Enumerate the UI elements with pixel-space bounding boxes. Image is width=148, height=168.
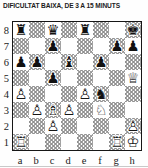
piece-glyph: ♕ [125, 70, 141, 86]
piece-black-pawn-b6: ♟♟ [29, 54, 45, 70]
piece-black-pawn-a6: ♟♟ [13, 54, 29, 70]
piece-white-rook-g1: ♜♖ [109, 134, 125, 150]
piece-glyph: ♙ [61, 102, 77, 118]
rank-label-3: 3 [0, 103, 9, 119]
piece-white-pawn-e4: ♟♙ [77, 86, 93, 102]
rank-label-4: 4 [0, 87, 9, 103]
piece-white-pawn-h2: ♟♙ [125, 118, 141, 134]
square-c1 [45, 134, 61, 150]
square-b6: ♟♟ [29, 54, 45, 70]
piece-glyph: ♘ [93, 102, 109, 118]
piece-black-queen-c8: ♛♛ [45, 22, 61, 38]
square-h6 [125, 54, 141, 70]
piece-glyph: ♙ [13, 86, 29, 102]
rank-label-8: 8 [0, 23, 9, 39]
square-f1 [93, 134, 109, 150]
square-b3: ♟♙ [29, 102, 45, 118]
square-a3 [13, 102, 29, 118]
square-a4: ♟♙ [13, 86, 29, 102]
square-f7 [93, 38, 109, 54]
square-b4 [29, 86, 45, 102]
square-e5 [77, 70, 93, 86]
square-g5 [109, 70, 125, 86]
piece-white-pawn-a4: ♟♙ [13, 86, 29, 102]
square-d2 [61, 118, 77, 134]
rank-label-6: 6 [0, 55, 9, 71]
square-d8 [61, 22, 77, 38]
square-c5: ♟♟ [45, 70, 61, 86]
square-a7 [13, 38, 29, 54]
square-g6 [109, 54, 125, 70]
piece-black-pawn-c5: ♟♟ [45, 70, 61, 86]
piece-white-pawn-d3: ♟♙ [61, 102, 77, 118]
piece-black-king-h8: ♚♚ [125, 22, 141, 38]
piece-white-rook-a1: ♜♖ [13, 134, 29, 150]
square-e6 [77, 54, 93, 70]
piece-glyph: ♞ [93, 86, 109, 102]
square-g4 [109, 86, 125, 102]
square-c6 [45, 54, 61, 70]
piece-white-king-h1: ♚♔ [125, 134, 141, 150]
square-b2 [29, 118, 45, 134]
piece-glyph: ♟ [45, 70, 61, 86]
chessboard: ♜♜♛♛♜♜♚♚♟♟♟♟♟♟♟♟♟♟♝♝♟♟♟♟♛♕♟♙♟♙♞♞♟♙♝♗♟♙♞♘… [12, 21, 142, 151]
piece-glyph: ♟ [45, 38, 61, 54]
piece-glyph: ♙ [45, 118, 61, 134]
piece-glyph: ♛ [45, 22, 61, 38]
square-f3: ♞♘ [93, 102, 109, 118]
piece-glyph: ♙ [29, 102, 45, 118]
square-c8: ♛♛ [45, 22, 61, 38]
rank-labels: 87654321 [0, 21, 10, 152]
square-e4: ♟♙ [77, 86, 93, 102]
piece-black-pawn-g7: ♟♟ [109, 38, 125, 54]
square-h7: ♟♟ [125, 38, 141, 54]
square-c2: ♟♙ [45, 118, 61, 134]
square-h4 [125, 86, 141, 102]
piece-glyph: ♜ [77, 22, 93, 38]
piece-black-rook-e8: ♜♜ [77, 22, 93, 38]
square-d3: ♟♙ [61, 102, 77, 118]
puzzle-title: DIFICULTAT BAIXA, DE 3 A 15 MINUTS [3, 2, 147, 9]
square-a6: ♟♟ [13, 54, 29, 70]
square-e7 [77, 38, 93, 54]
square-f5 [93, 70, 109, 86]
rank-label-7: 7 [0, 39, 9, 55]
square-c4 [45, 86, 61, 102]
piece-glyph: ♟ [29, 54, 45, 70]
piece-glyph: ♖ [109, 134, 125, 150]
square-h3 [125, 102, 141, 118]
piece-glyph: ♟ [109, 38, 125, 54]
piece-glyph: ♖ [13, 134, 29, 150]
square-e1 [77, 134, 93, 150]
rank-label-5: 5 [0, 71, 9, 87]
chessboard-area: 87654321 ♜♜♛♛♜♜♚♚♟♟♟♟♟♟♟♟♟♟♝♝♟♟♟♟♛♕♟♙♟♙♞… [12, 21, 142, 151]
square-g1: ♜♖ [109, 134, 125, 150]
square-a8: ♜♜ [13, 22, 29, 38]
square-g3 [109, 102, 125, 118]
piece-black-pawn-h7: ♟♟ [125, 38, 141, 54]
piece-black-rook-a8: ♜♜ [13, 22, 29, 38]
piece-glyph: ♟ [125, 38, 141, 54]
square-h1: ♚♔ [125, 134, 141, 150]
square-d4 [61, 86, 77, 102]
square-d5 [61, 70, 77, 86]
square-d6: ♝♝ [61, 54, 77, 70]
piece-glyph: ♟ [13, 54, 29, 70]
piece-white-knight-f3: ♞♘ [93, 102, 109, 118]
square-a2 [13, 118, 29, 134]
piece-white-pawn-c2: ♟♙ [45, 118, 61, 134]
square-f4: ♞♞ [93, 86, 109, 102]
piece-white-pawn-b3: ♟♙ [29, 102, 45, 118]
square-b5 [29, 70, 45, 86]
piece-white-bishop-c3: ♝♗ [45, 102, 61, 118]
rank-label-1: 1 [0, 135, 9, 151]
page-rule [0, 166, 148, 167]
square-a5 [13, 70, 29, 86]
piece-white-queen-h5: ♛♕ [125, 70, 141, 86]
square-f8 [93, 22, 109, 38]
piece-glyph: ♗ [45, 102, 61, 118]
square-f6: ♟♟ [93, 54, 109, 70]
square-b1 [29, 134, 45, 150]
square-c3: ♝♗ [45, 102, 61, 118]
square-d1 [61, 134, 77, 150]
square-g2 [109, 118, 125, 134]
square-e3 [77, 102, 93, 118]
square-c7: ♟♟ [45, 38, 61, 54]
piece-glyph: ♙ [125, 118, 141, 134]
square-d7 [61, 38, 77, 54]
piece-glyph: ♚ [125, 22, 141, 38]
piece-black-pawn-f6: ♟♟ [93, 54, 109, 70]
piece-glyph: ♔ [125, 134, 141, 150]
square-f2 [93, 118, 109, 134]
piece-glyph: ♜ [13, 22, 29, 38]
square-b8 [29, 22, 45, 38]
square-h8: ♚♚ [125, 22, 141, 38]
piece-glyph: ♙ [77, 86, 93, 102]
piece-black-pawn-c7: ♟♟ [45, 38, 61, 54]
square-h5: ♛♕ [125, 70, 141, 86]
square-h2: ♟♙ [125, 118, 141, 134]
piece-black-bishop-d6: ♝♝ [61, 54, 77, 70]
square-b7 [29, 38, 45, 54]
puzzle-diagram: DIFICULTAT BAIXA, DE 3 A 15 MINUTS 87654… [0, 0, 148, 168]
rank-label-2: 2 [0, 119, 9, 135]
square-a1: ♜♖ [13, 134, 29, 150]
square-e2 [77, 118, 93, 134]
square-g8 [109, 22, 125, 38]
square-g7: ♟♟ [109, 38, 125, 54]
piece-black-knight-f4: ♞♞ [93, 86, 109, 102]
square-e8: ♜♜ [77, 22, 93, 38]
piece-glyph: ♝ [61, 54, 77, 70]
piece-glyph: ♟ [93, 54, 109, 70]
